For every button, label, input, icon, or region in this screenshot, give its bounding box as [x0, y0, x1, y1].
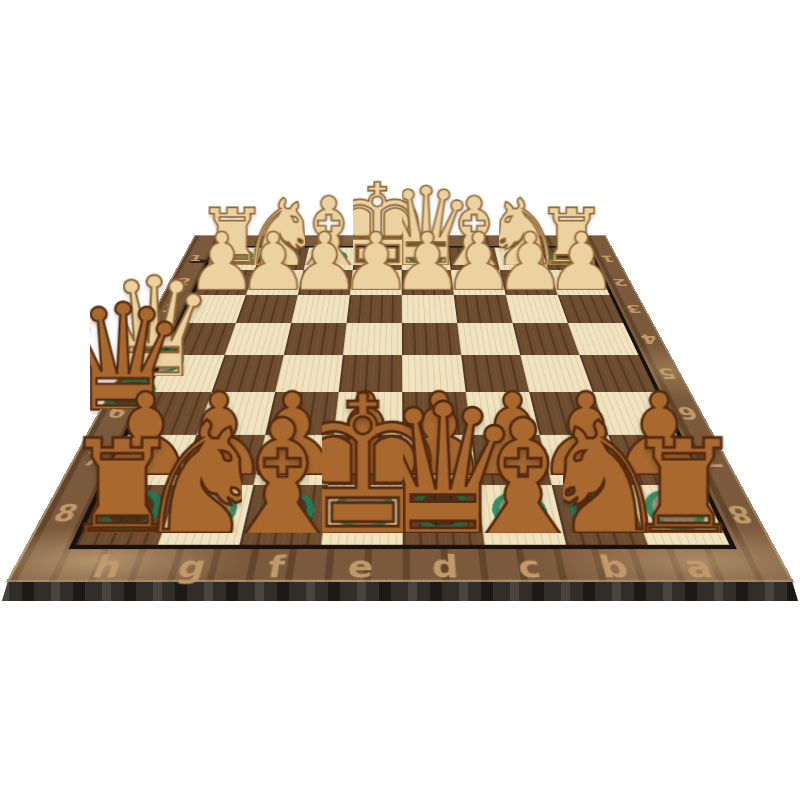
file-label-g: g	[144, 549, 239, 584]
file-label-f: f	[230, 549, 320, 584]
square-b1[interactable]	[494, 248, 548, 270]
chess-board: hgfedcba1234567812345678♜♞♝♚♛♝♞♜♟♟♟♟♟♟♟♟…	[6, 235, 794, 582]
square-d2[interactable]	[402, 270, 454, 295]
square-c1[interactable]	[448, 248, 500, 270]
square-g3[interactable]	[236, 295, 298, 323]
square-a4[interactable]	[568, 323, 639, 355]
chess-set-photo: hgfedcba1234567812345678♜♞♝♚♛♝♞♜♟♟♟♟♟♟♟♟…	[0, 0, 800, 800]
square-c3[interactable]	[454, 295, 513, 323]
square-d1[interactable]	[402, 248, 451, 270]
square-d3[interactable]	[402, 295, 457, 323]
square-f3[interactable]	[291, 295, 350, 323]
square-f1[interactable]	[304, 248, 356, 270]
file-label-e: e	[317, 549, 403, 584]
square-g2[interactable]	[246, 270, 304, 295]
square-e1[interactable]	[353, 248, 402, 270]
square-b2[interactable]	[500, 270, 558, 295]
piece-black-rook-a8[interactable]: ♜	[643, 400, 723, 533]
square-f2[interactable]	[298, 270, 353, 295]
square-c4[interactable]	[457, 323, 520, 355]
file-label-d: d	[403, 549, 490, 584]
square-a3[interactable]	[558, 295, 623, 323]
file-label-c: c	[485, 549, 576, 584]
file-label-h: h	[57, 549, 156, 584]
square-d4[interactable]	[402, 323, 461, 355]
square-e3[interactable]	[347, 295, 402, 323]
square-g4[interactable]	[225, 323, 292, 355]
square-c2[interactable]	[451, 270, 506, 295]
file-label-a: a	[649, 549, 748, 584]
square-e2[interactable]	[350, 270, 402, 295]
square-g1[interactable]	[255, 248, 309, 270]
file-label-b: b	[567, 549, 662, 584]
